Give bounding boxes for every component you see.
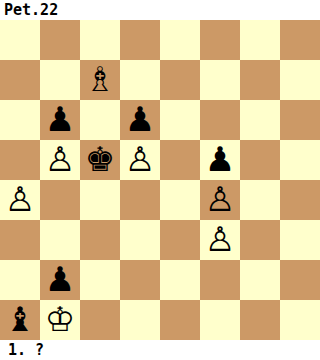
piece-black-pawn-b6[interactable]: ♟ — [45, 100, 75, 139]
piece-black-pawn-d6[interactable]: ♟ — [125, 100, 155, 139]
square-c3[interactable] — [80, 220, 120, 260]
square-b2[interactable]: ♟ — [40, 260, 80, 300]
square-g7[interactable] — [240, 60, 280, 100]
square-g3[interactable] — [240, 220, 280, 260]
square-f4[interactable]: ♙ — [200, 180, 240, 220]
square-f7[interactable] — [200, 60, 240, 100]
square-h4[interactable] — [280, 180, 320, 220]
piece-black-bishop-a1[interactable]: ♝ — [5, 300, 35, 339]
piece-white-pawn-a4[interactable]: ♙ — [5, 180, 35, 219]
diagram-title: Pet.22 — [0, 0, 320, 20]
piece-white-pawn-f3[interactable]: ♙ — [205, 220, 235, 259]
square-b8[interactable] — [40, 20, 80, 60]
square-a6[interactable] — [0, 100, 40, 140]
square-e8[interactable] — [160, 20, 200, 60]
square-d2[interactable] — [120, 260, 160, 300]
square-b5[interactable]: ♙ — [40, 140, 80, 180]
square-h7[interactable] — [280, 60, 320, 100]
square-h1[interactable] — [280, 300, 320, 340]
square-d8[interactable] — [120, 20, 160, 60]
piece-black-pawn-b2[interactable]: ♟ — [45, 260, 75, 299]
square-b3[interactable] — [40, 220, 80, 260]
square-d7[interactable] — [120, 60, 160, 100]
square-g4[interactable] — [240, 180, 280, 220]
square-f2[interactable] — [200, 260, 240, 300]
square-b7[interactable] — [40, 60, 80, 100]
square-e7[interactable] — [160, 60, 200, 100]
piece-black-pawn-f5[interactable]: ♟ — [205, 140, 235, 179]
square-h3[interactable] — [280, 220, 320, 260]
chess-board: ♗♟♟♙♚♙♟♙♙♙♟♝♔ — [0, 20, 320, 340]
square-d5[interactable]: ♙ — [120, 140, 160, 180]
square-c8[interactable] — [80, 20, 120, 60]
square-f3[interactable]: ♙ — [200, 220, 240, 260]
square-f8[interactable] — [200, 20, 240, 60]
square-a8[interactable] — [0, 20, 40, 60]
square-f5[interactable]: ♟ — [200, 140, 240, 180]
piece-white-pawn-d5[interactable]: ♙ — [125, 140, 155, 179]
square-e2[interactable] — [160, 260, 200, 300]
square-h8[interactable] — [280, 20, 320, 60]
move-prompt: 1. ? — [0, 340, 320, 360]
square-c7[interactable]: ♗ — [80, 60, 120, 100]
square-f1[interactable] — [200, 300, 240, 340]
square-h2[interactable] — [280, 260, 320, 300]
square-c4[interactable] — [80, 180, 120, 220]
square-a3[interactable] — [0, 220, 40, 260]
square-a2[interactable] — [0, 260, 40, 300]
square-b1[interactable]: ♔ — [40, 300, 80, 340]
square-d1[interactable] — [120, 300, 160, 340]
piece-black-king-c5[interactable]: ♚ — [85, 140, 115, 179]
square-e1[interactable] — [160, 300, 200, 340]
square-h6[interactable] — [280, 100, 320, 140]
square-d3[interactable] — [120, 220, 160, 260]
square-c6[interactable] — [80, 100, 120, 140]
square-h5[interactable] — [280, 140, 320, 180]
square-g5[interactable] — [240, 140, 280, 180]
square-g2[interactable] — [240, 260, 280, 300]
square-a1[interactable]: ♝ — [0, 300, 40, 340]
square-g6[interactable] — [240, 100, 280, 140]
square-e4[interactable] — [160, 180, 200, 220]
piece-white-pawn-b5[interactable]: ♙ — [45, 140, 75, 179]
square-g1[interactable] — [240, 300, 280, 340]
square-a4[interactable]: ♙ — [0, 180, 40, 220]
square-d6[interactable]: ♟ — [120, 100, 160, 140]
square-a5[interactable] — [0, 140, 40, 180]
square-d4[interactable] — [120, 180, 160, 220]
square-f6[interactable] — [200, 100, 240, 140]
piece-white-pawn-f4[interactable]: ♙ — [205, 180, 235, 219]
square-e6[interactable] — [160, 100, 200, 140]
square-c2[interactable] — [80, 260, 120, 300]
square-g8[interactable] — [240, 20, 280, 60]
square-e5[interactable] — [160, 140, 200, 180]
square-b4[interactable] — [40, 180, 80, 220]
square-c1[interactable] — [80, 300, 120, 340]
square-c5[interactable]: ♚ — [80, 140, 120, 180]
piece-white-king-b1[interactable]: ♔ — [45, 300, 75, 339]
piece-white-bishop-c7[interactable]: ♗ — [85, 60, 115, 99]
square-b6[interactable]: ♟ — [40, 100, 80, 140]
square-e3[interactable] — [160, 220, 200, 260]
square-a7[interactable] — [0, 60, 40, 100]
